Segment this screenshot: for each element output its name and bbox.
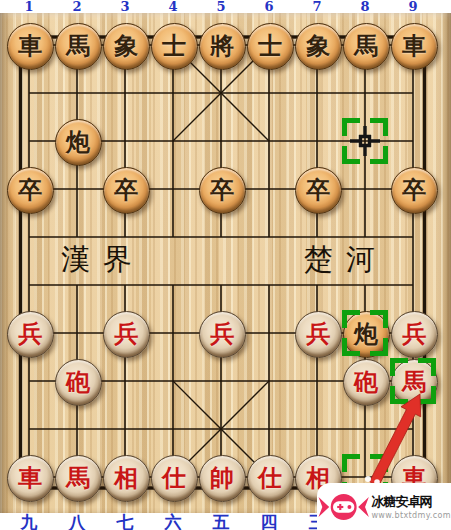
file-label-top: 2 bbox=[72, 0, 81, 13]
piece-red[interactable]: 兵 bbox=[295, 311, 342, 358]
piece-red[interactable]: 兵 bbox=[199, 311, 246, 358]
piece-red[interactable]: 仕 bbox=[247, 455, 294, 502]
xiangqi-app: 123456789 漢界 楚河 車馬象士將士象馬車炮卒卒卒卒卒兵兵兵兵炮兵砲砲馬… bbox=[0, 0, 451, 530]
file-label-top: 3 bbox=[120, 0, 129, 13]
piece-black[interactable]: 士 bbox=[247, 23, 294, 70]
piece-black[interactable]: 象 bbox=[103, 23, 150, 70]
piece-black[interactable]: 炮 bbox=[343, 311, 390, 358]
piece-black[interactable]: 卒 bbox=[295, 167, 342, 214]
file-label-bottom: 七 bbox=[117, 514, 134, 530]
file-label-top: 8 bbox=[360, 0, 369, 13]
piece-black[interactable]: 車 bbox=[7, 23, 54, 70]
piece-red[interactable]: 馬 bbox=[55, 455, 102, 502]
top-file-labels: 123456789 bbox=[0, 0, 451, 13]
watermark-site-name: 冰糖安卓网 bbox=[371, 493, 451, 511]
piece-black[interactable]: 馬 bbox=[343, 23, 390, 70]
watermark: 冰糖安卓网 www.btxtdmy.com bbox=[317, 483, 451, 530]
file-label-bottom: 五 bbox=[213, 514, 230, 530]
piece-red[interactable]: 車 bbox=[7, 455, 54, 502]
piece-red[interactable]: 馬 bbox=[391, 359, 438, 406]
piece-red[interactable]: 仕 bbox=[151, 455, 198, 502]
file-label-top: 4 bbox=[168, 0, 177, 13]
file-label-bottom: 九 bbox=[21, 514, 38, 530]
candy-gamepad-icon bbox=[317, 487, 370, 527]
river-label-right: 楚河 bbox=[304, 245, 388, 274]
river-label-left: 漢界 bbox=[61, 245, 145, 274]
file-label-top: 9 bbox=[408, 0, 417, 13]
piece-red[interactable]: 兵 bbox=[391, 311, 438, 358]
piece-black[interactable]: 象 bbox=[295, 23, 342, 70]
file-label-top: 1 bbox=[24, 0, 33, 13]
file-label-bottom: 八 bbox=[69, 514, 86, 530]
watermark-site-url: www.btxtdmy.com bbox=[371, 511, 451, 520]
piece-red[interactable]: 砲 bbox=[55, 359, 102, 406]
file-label-top: 6 bbox=[264, 0, 273, 13]
piece-red[interactable]: 兵 bbox=[103, 311, 150, 358]
file-label-top: 5 bbox=[216, 0, 225, 13]
watermark-text: 冰糖安卓网 www.btxtdmy.com bbox=[371, 493, 451, 520]
piece-red[interactable]: 帥 bbox=[199, 455, 246, 502]
file-label-bottom: 六 bbox=[165, 514, 182, 530]
piece-black[interactable]: 車 bbox=[391, 23, 438, 70]
piece-black[interactable]: 卒 bbox=[391, 167, 438, 214]
piece-black[interactable]: 卒 bbox=[7, 167, 54, 214]
piece-black[interactable]: 將 bbox=[199, 23, 246, 70]
piece-black[interactable]: 卒 bbox=[103, 167, 150, 214]
piece-red[interactable]: 砲 bbox=[343, 359, 390, 406]
piece-red[interactable]: 兵 bbox=[7, 311, 54, 358]
piece-black[interactable]: 士 bbox=[151, 23, 198, 70]
file-label-bottom: 四 bbox=[261, 514, 278, 530]
piece-red[interactable]: 相 bbox=[103, 455, 150, 502]
piece-black[interactable]: 炮 bbox=[55, 119, 102, 166]
file-label-top: 7 bbox=[312, 0, 321, 13]
piece-black[interactable]: 馬 bbox=[55, 23, 102, 70]
piece-black[interactable]: 卒 bbox=[199, 167, 246, 214]
